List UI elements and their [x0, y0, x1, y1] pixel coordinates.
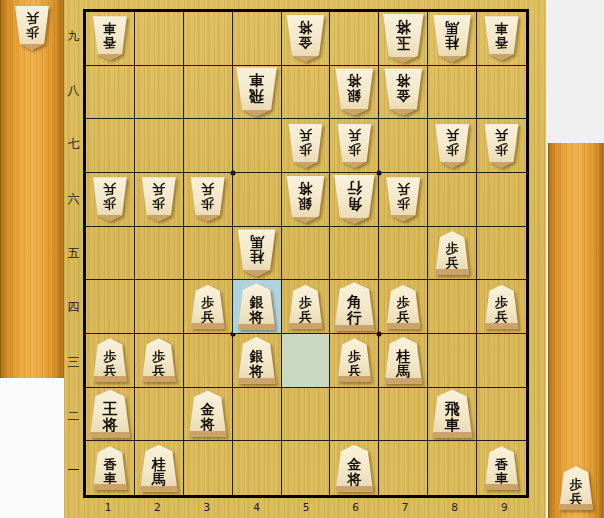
square-8三[interactable]	[428, 334, 477, 388]
piece-body: 角行	[333, 175, 376, 224]
piece-body: 歩兵	[287, 124, 323, 168]
piece-kanji: 歩兵	[446, 128, 459, 156]
square-9六[interactable]	[477, 173, 526, 227]
piece-kanji: 銀将	[347, 73, 361, 103]
piece-king-top[interactable]: 玉将	[382, 14, 425, 63]
piece-body: 歩兵	[287, 285, 323, 329]
square-7七[interactable]	[379, 119, 428, 173]
piece-body: 玉将	[382, 14, 425, 63]
square-8四[interactable]	[428, 280, 477, 334]
square-8一[interactable]	[428, 441, 477, 495]
piece-pawn-top[interactable]: 歩兵	[14, 6, 50, 50]
square-2八[interactable]	[135, 66, 184, 120]
square-8八[interactable]	[428, 66, 477, 120]
piece-kanji: 歩兵	[152, 182, 165, 210]
square-5二[interactable]	[282, 388, 331, 442]
square-4二[interactable]	[233, 388, 282, 442]
board-grid: 香車金将玉将桂馬香車飛車銀将金将歩兵歩兵歩兵歩兵歩兵歩兵歩兵銀将角行歩兵桂馬歩兵…	[83, 9, 529, 498]
piece-kanji: 香車	[103, 458, 116, 486]
piece-pawn-bottom[interactable]: 歩兵	[336, 338, 372, 382]
square-6四[interactable]: 角行	[330, 280, 379, 334]
piece-body: 金将	[188, 390, 228, 437]
square-6八[interactable]: 銀将	[330, 66, 379, 120]
piece-kanji: 金将	[201, 402, 215, 432]
piece-kanji: 桂馬	[250, 234, 264, 264]
square-3八[interactable]	[184, 66, 233, 120]
piece-body: 歩兵	[385, 285, 421, 329]
piece-pawn-top[interactable]: 歩兵	[141, 177, 177, 221]
piece-kanji: 玉将	[396, 19, 411, 51]
rank-label: 七	[64, 118, 83, 172]
square-2二[interactable]	[135, 388, 184, 442]
piece-bishop-bottom[interactable]: 角行	[333, 282, 376, 331]
square-5七[interactable]: 歩兵	[282, 119, 331, 173]
piece-kanji: 香車	[103, 21, 116, 49]
square-2一[interactable]: 桂馬	[135, 441, 184, 495]
piece-king-bottom[interactable]: 王将	[88, 389, 131, 438]
piece-silver-bottom[interactable]: 銀将	[237, 283, 277, 330]
piece-knight-bottom[interactable]: 桂馬	[383, 337, 423, 384]
piece-silver-top[interactable]: 銀将	[285, 176, 325, 223]
right-komadai-pieces: 歩兵	[558, 466, 594, 510]
square-3一[interactable]	[184, 441, 233, 495]
square-5三[interactable]	[282, 334, 331, 388]
piece-kanji: 角行	[347, 294, 362, 326]
rank-label: 三	[64, 335, 83, 389]
piece-knight-top[interactable]: 桂馬	[237, 229, 277, 276]
piece-kanji: 歩兵	[495, 128, 508, 156]
piece-lance-top[interactable]: 香車	[484, 16, 520, 60]
piece-body: 銀将	[237, 283, 277, 330]
file-label: 5	[281, 498, 331, 516]
piece-body: 飛車	[431, 389, 474, 438]
square-9九[interactable]: 香車	[477, 12, 526, 66]
piece-pawn-bottom[interactable]: 歩兵	[558, 466, 594, 510]
square-9八[interactable]	[477, 66, 526, 120]
left-blank-panel	[0, 378, 64, 518]
piece-silver-top[interactable]: 銀将	[334, 68, 374, 115]
file-label: 1	[83, 498, 133, 516]
piece-kanji: 歩兵	[348, 128, 361, 156]
square-9三[interactable]	[477, 334, 526, 388]
piece-body: 桂馬	[383, 337, 423, 384]
square-7八[interactable]: 金将	[379, 66, 428, 120]
piece-body: 歩兵	[336, 338, 372, 382]
file-label: 3	[182, 498, 232, 516]
square-7六[interactable]: 歩兵	[379, 173, 428, 227]
piece-rook-bottom[interactable]: 飛車	[431, 389, 474, 438]
file-label: 6	[331, 498, 381, 516]
square-4八[interactable]: 飛車	[233, 66, 282, 120]
piece-pawn-top[interactable]: 歩兵	[385, 177, 421, 221]
square-6六[interactable]: 角行	[330, 173, 379, 227]
square-4四[interactable]: 銀将	[233, 280, 282, 334]
square-2三[interactable]: 歩兵	[135, 334, 184, 388]
piece-pawn-bottom[interactable]: 歩兵	[141, 338, 177, 382]
piece-pawn-top[interactable]: 歩兵	[190, 177, 226, 221]
piece-pawn-top[interactable]: 歩兵	[434, 124, 470, 168]
piece-kanji: 飛車	[249, 72, 264, 104]
square-8二[interactable]: 飛車	[428, 388, 477, 442]
rank-label: 五	[64, 226, 83, 280]
square-8五[interactable]: 歩兵	[428, 227, 477, 281]
square-4九[interactable]	[233, 12, 282, 66]
square-1五[interactable]	[86, 227, 135, 281]
piece-kanji: 金将	[347, 457, 361, 487]
piece-kanji: 飛車	[445, 401, 460, 433]
square-4七[interactable]	[233, 119, 282, 173]
piece-body: 歩兵	[484, 285, 520, 329]
piece-body: 歩兵	[92, 338, 128, 382]
piece-body: 香車	[484, 446, 520, 490]
square-6一[interactable]: 金将	[330, 441, 379, 495]
square-9一[interactable]: 香車	[477, 441, 526, 495]
piece-gold-bottom[interactable]: 金将	[334, 445, 374, 492]
piece-body: 桂馬	[432, 15, 472, 62]
rank-label: 八	[64, 63, 83, 117]
square-2九[interactable]	[135, 12, 184, 66]
square-5六[interactable]: 銀将	[282, 173, 331, 227]
piece-kanji: 歩兵	[299, 296, 312, 324]
square-8六[interactable]	[428, 173, 477, 227]
square-1四[interactable]	[86, 280, 135, 334]
piece-kanji: 歩兵	[495, 296, 508, 324]
piece-kanji: 金将	[298, 20, 312, 50]
square-2七[interactable]	[135, 119, 184, 173]
piece-kanji: 歩兵	[397, 182, 410, 210]
square-1三[interactable]: 歩兵	[86, 334, 135, 388]
square-9七[interactable]: 歩兵	[477, 119, 526, 173]
piece-body: 歩兵	[190, 177, 226, 221]
square-5九[interactable]: 金将	[282, 12, 331, 66]
piece-pawn-bottom[interactable]: 歩兵	[92, 338, 128, 382]
shogi-app: 歩兵 歩兵 九八七六五四三二一 123456789 香車金将玉将桂馬香車飛車銀将…	[0, 0, 604, 518]
file-label: 9	[479, 498, 529, 516]
piece-body: 歩兵	[92, 177, 128, 221]
square-1九[interactable]: 香車	[86, 12, 135, 66]
piece-gold-bottom[interactable]: 金将	[188, 390, 228, 437]
square-1八[interactable]	[86, 66, 135, 120]
piece-gold-top[interactable]: 金将	[285, 15, 325, 62]
piece-kanji: 歩兵	[397, 296, 410, 324]
piece-body: 歩兵	[434, 231, 470, 275]
square-6九[interactable]	[330, 12, 379, 66]
square-9四[interactable]: 歩兵	[477, 280, 526, 334]
piece-body: 歩兵	[558, 466, 594, 510]
piece-kanji: 歩兵	[570, 478, 583, 506]
piece-kanji: 金将	[396, 73, 410, 103]
rank-label: 二	[64, 389, 83, 443]
piece-body: 歩兵	[336, 124, 372, 168]
square-9二[interactable]	[477, 388, 526, 442]
square-5四[interactable]: 歩兵	[282, 280, 331, 334]
square-7五[interactable]	[379, 227, 428, 281]
square-1二[interactable]: 王将	[86, 388, 135, 442]
piece-body: 銀将	[334, 68, 374, 115]
piece-pawn-bottom[interactable]: 歩兵	[385, 285, 421, 329]
square-7四[interactable]: 歩兵	[379, 280, 428, 334]
piece-kanji: 桂馬	[152, 457, 166, 487]
file-label: 8	[430, 498, 480, 516]
square-3五[interactable]	[184, 227, 233, 281]
rank-labels: 九八七六五四三二一	[64, 9, 83, 498]
piece-kanji: 銀将	[250, 295, 264, 325]
piece-kanji: 銀将	[250, 349, 264, 379]
rank-label: 四	[64, 281, 83, 335]
file-label: 4	[232, 498, 282, 516]
piece-lance-bottom[interactable]: 香車	[92, 446, 128, 490]
piece-kanji: 香車	[495, 21, 508, 49]
square-3七[interactable]	[184, 119, 233, 173]
piece-body: 歩兵	[14, 6, 50, 50]
square-4三[interactable]: 銀将	[233, 334, 282, 388]
square-8九[interactable]: 桂馬	[428, 12, 477, 66]
piece-body: 香車	[92, 16, 128, 60]
piece-body: 銀将	[285, 176, 325, 223]
square-2六[interactable]: 歩兵	[135, 173, 184, 227]
piece-pawn-top[interactable]: 歩兵	[287, 124, 323, 168]
piece-kanji: 銀将	[298, 181, 312, 211]
square-9五[interactable]	[477, 227, 526, 281]
square-7一[interactable]	[379, 441, 428, 495]
piece-kanji: 歩兵	[103, 350, 116, 378]
square-5八[interactable]	[282, 66, 331, 120]
piece-knight-bottom[interactable]: 桂馬	[139, 445, 179, 492]
square-3三[interactable]	[184, 334, 233, 388]
square-3二[interactable]: 金将	[184, 388, 233, 442]
square-4六[interactable]	[233, 173, 282, 227]
piece-rook-top[interactable]: 飛車	[235, 67, 278, 116]
square-2四[interactable]	[135, 280, 184, 334]
piece-body: 金将	[285, 15, 325, 62]
piece-kanji: 歩兵	[446, 242, 459, 270]
piece-pawn-bottom[interactable]: 歩兵	[287, 285, 323, 329]
square-3六[interactable]: 歩兵	[184, 173, 233, 227]
rank-label: 六	[64, 172, 83, 226]
piece-lance-bottom[interactable]: 香車	[484, 446, 520, 490]
file-label: 2	[133, 498, 183, 516]
square-6三[interactable]: 歩兵	[330, 334, 379, 388]
piece-lance-top[interactable]: 香車	[92, 16, 128, 60]
piece-pawn-bottom[interactable]: 歩兵	[190, 285, 226, 329]
piece-body: 飛車	[235, 67, 278, 116]
piece-kanji: 歩兵	[348, 350, 361, 378]
piece-kanji: 香車	[495, 458, 508, 486]
piece-pawn-bottom[interactable]: 歩兵	[484, 285, 520, 329]
square-6二[interactable]	[330, 388, 379, 442]
square-2五[interactable]	[135, 227, 184, 281]
piece-kanji: 歩兵	[152, 350, 165, 378]
piece-body: 歩兵	[434, 124, 470, 168]
piece-body: 香車	[92, 446, 128, 490]
square-5五[interactable]	[282, 227, 331, 281]
left-komadai[interactable]: 歩兵	[0, 0, 64, 378]
square-3四[interactable]: 歩兵	[184, 280, 233, 334]
piece-kanji: 角行	[347, 180, 362, 212]
piece-kanji: 歩兵	[103, 182, 116, 210]
piece-gold-top[interactable]: 金将	[383, 68, 423, 115]
piece-pawn-bottom[interactable]: 歩兵	[434, 231, 470, 275]
piece-body: 金将	[383, 68, 423, 115]
square-6五[interactable]	[330, 227, 379, 281]
piece-pawn-top[interactable]: 歩兵	[92, 177, 128, 221]
piece-body: 銀将	[237, 337, 277, 384]
file-labels: 123456789	[83, 498, 529, 516]
piece-body: 桂馬	[139, 445, 179, 492]
square-3九[interactable]	[184, 12, 233, 66]
piece-body: 王将	[88, 389, 131, 438]
rank-label: 九	[64, 9, 83, 63]
square-5一[interactable]	[282, 441, 331, 495]
square-1七[interactable]	[86, 119, 135, 173]
square-4一[interactable]	[233, 441, 282, 495]
piece-body: 歩兵	[385, 177, 421, 221]
piece-body: 歩兵	[141, 338, 177, 382]
square-7九[interactable]: 玉将	[379, 12, 428, 66]
square-1六[interactable]: 歩兵	[86, 173, 135, 227]
piece-pawn-top[interactable]: 歩兵	[336, 124, 372, 168]
piece-kanji: 歩兵	[201, 182, 214, 210]
rank-label: 一	[64, 444, 83, 498]
square-7三[interactable]: 桂馬	[379, 334, 428, 388]
square-7二[interactable]	[379, 388, 428, 442]
piece-body: 歩兵	[484, 124, 520, 168]
piece-bishop-top[interactable]: 角行	[333, 175, 376, 224]
square-1一[interactable]: 香車	[86, 441, 135, 495]
piece-silver-bottom[interactable]: 銀将	[237, 337, 277, 384]
square-8七[interactable]: 歩兵	[428, 119, 477, 173]
left-komadai-pieces: 歩兵	[14, 6, 50, 50]
right-komadai[interactable]: 歩兵	[548, 143, 604, 518]
file-label: 7	[380, 498, 430, 516]
piece-body: 香車	[484, 16, 520, 60]
piece-kanji: 桂馬	[445, 20, 459, 50]
piece-kanji: 王将	[102, 401, 117, 433]
square-6七[interactable]: 歩兵	[330, 119, 379, 173]
piece-body: 金将	[334, 445, 374, 492]
piece-pawn-top[interactable]: 歩兵	[484, 124, 520, 168]
piece-body: 歩兵	[190, 285, 226, 329]
piece-body: 桂馬	[237, 229, 277, 276]
piece-kanji: 桂馬	[396, 349, 410, 379]
square-4五[interactable]: 桂馬	[233, 227, 282, 281]
piece-kanji: 歩兵	[26, 11, 39, 39]
piece-body: 角行	[333, 282, 376, 331]
piece-body: 歩兵	[141, 177, 177, 221]
piece-kanji: 歩兵	[299, 128, 312, 156]
piece-knight-top[interactable]: 桂馬	[432, 15, 472, 62]
piece-kanji: 歩兵	[201, 296, 214, 324]
